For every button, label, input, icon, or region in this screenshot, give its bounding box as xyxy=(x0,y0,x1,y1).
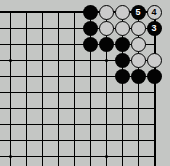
intersection[interactable] xyxy=(50,4,66,20)
intersection[interactable] xyxy=(50,116,66,132)
star-point xyxy=(105,59,108,62)
intersection[interactable]: 5 xyxy=(130,4,146,20)
intersection[interactable] xyxy=(146,148,162,164)
intersection[interactable] xyxy=(114,132,130,148)
intersection[interactable] xyxy=(130,68,146,84)
intersection[interactable] xyxy=(2,52,18,68)
board-grid: 543 xyxy=(2,4,162,164)
intersection[interactable] xyxy=(66,36,82,52)
move-number-label: 4 xyxy=(151,7,156,16)
black-stone xyxy=(115,37,130,52)
intersection[interactable] xyxy=(114,148,130,164)
intersection[interactable] xyxy=(98,100,114,116)
intersection[interactable] xyxy=(2,4,18,20)
star-point xyxy=(9,59,12,62)
black-stone xyxy=(99,37,114,52)
intersection[interactable] xyxy=(146,52,162,68)
white-stone xyxy=(115,5,130,20)
intersection[interactable] xyxy=(114,100,130,116)
intersection[interactable] xyxy=(34,84,50,100)
intersection[interactable] xyxy=(114,68,130,84)
black-stone xyxy=(83,21,98,36)
black-stone xyxy=(115,69,130,84)
intersection[interactable] xyxy=(66,68,82,84)
white-stone xyxy=(131,37,146,52)
intersection[interactable] xyxy=(130,116,146,132)
intersection[interactable] xyxy=(82,148,98,164)
intersection[interactable] xyxy=(114,116,130,132)
move-number-label: 3 xyxy=(151,23,156,32)
intersection[interactable] xyxy=(146,132,162,148)
intersection[interactable] xyxy=(66,20,82,36)
intersection[interactable] xyxy=(18,20,34,36)
white-stone xyxy=(99,21,114,36)
intersection[interactable] xyxy=(130,100,146,116)
intersection[interactable] xyxy=(130,132,146,148)
intersection[interactable] xyxy=(66,148,82,164)
intersection[interactable] xyxy=(130,20,146,36)
intersection[interactable] xyxy=(98,20,114,36)
intersection[interactable] xyxy=(82,132,98,148)
intersection[interactable] xyxy=(98,4,114,20)
black-stone xyxy=(131,69,146,84)
white-stone xyxy=(99,5,114,20)
intersection[interactable] xyxy=(18,68,34,84)
intersection[interactable] xyxy=(18,4,34,20)
white-stone xyxy=(147,53,162,68)
intersection[interactable] xyxy=(50,100,66,116)
intersection[interactable] xyxy=(2,84,18,100)
intersection[interactable] xyxy=(50,52,66,68)
black-stone: 5 xyxy=(131,5,146,20)
intersection[interactable] xyxy=(34,68,50,84)
intersection[interactable] xyxy=(98,148,114,164)
intersection[interactable] xyxy=(18,84,34,100)
intersection[interactable] xyxy=(34,52,50,68)
star-point xyxy=(9,155,12,158)
intersection[interactable] xyxy=(146,100,162,116)
intersection[interactable] xyxy=(50,20,66,36)
move-number-label: 5 xyxy=(135,7,140,16)
black-stone: 3 xyxy=(147,21,162,36)
intersection[interactable] xyxy=(146,36,162,52)
intersection[interactable] xyxy=(146,116,162,132)
intersection[interactable] xyxy=(2,148,18,164)
intersection[interactable] xyxy=(2,100,18,116)
intersection[interactable] xyxy=(50,84,66,100)
intersection[interactable] xyxy=(98,84,114,100)
intersection[interactable] xyxy=(18,100,34,116)
intersection[interactable] xyxy=(50,36,66,52)
intersection[interactable] xyxy=(114,52,130,68)
intersection[interactable] xyxy=(34,4,50,20)
intersection[interactable] xyxy=(18,52,34,68)
intersection[interactable] xyxy=(98,52,114,68)
intersection[interactable] xyxy=(130,36,146,52)
intersection[interactable] xyxy=(34,20,50,36)
black-stone xyxy=(83,5,98,20)
intersection[interactable] xyxy=(82,36,98,52)
intersection[interactable] xyxy=(66,4,82,20)
intersection[interactable]: 4 xyxy=(146,4,162,20)
intersection[interactable] xyxy=(114,36,130,52)
intersection[interactable] xyxy=(18,36,34,52)
star-point xyxy=(105,155,108,158)
go-board: 543 xyxy=(0,0,170,166)
intersection[interactable] xyxy=(34,100,50,116)
intersection[interactable] xyxy=(82,100,98,116)
intersection[interactable] xyxy=(18,148,34,164)
intersection[interactable] xyxy=(34,116,50,132)
intersection[interactable] xyxy=(34,132,50,148)
intersection[interactable] xyxy=(130,84,146,100)
intersection[interactable] xyxy=(114,20,130,36)
intersection[interactable] xyxy=(82,52,98,68)
intersection[interactable] xyxy=(82,68,98,84)
intersection[interactable] xyxy=(34,148,50,164)
intersection[interactable] xyxy=(2,68,18,84)
intersection[interactable] xyxy=(34,36,50,52)
intersection[interactable] xyxy=(50,132,66,148)
white-stone: 4 xyxy=(147,5,162,20)
intersection[interactable] xyxy=(2,116,18,132)
intersection[interactable] xyxy=(66,84,82,100)
intersection[interactable] xyxy=(130,148,146,164)
intersection[interactable] xyxy=(50,68,66,84)
intersection[interactable] xyxy=(50,148,66,164)
intersection[interactable] xyxy=(114,4,130,20)
intersection[interactable] xyxy=(114,84,130,100)
white-stone xyxy=(115,21,130,36)
intersection[interactable] xyxy=(98,116,114,132)
intersection[interactable] xyxy=(130,52,146,68)
intersection[interactable] xyxy=(18,132,34,148)
intersection[interactable] xyxy=(82,20,98,36)
black-stone xyxy=(147,69,162,84)
intersection[interactable] xyxy=(2,132,18,148)
intersection[interactable] xyxy=(2,20,18,36)
intersection[interactable] xyxy=(66,132,82,148)
black-stone xyxy=(83,37,98,52)
intersection[interactable] xyxy=(18,116,34,132)
intersection[interactable] xyxy=(146,68,162,84)
intersection[interactable] xyxy=(66,52,82,68)
intersection[interactable] xyxy=(82,84,98,100)
white-stone xyxy=(131,53,146,68)
black-stone xyxy=(115,53,130,68)
intersection[interactable] xyxy=(66,116,82,132)
intersection[interactable] xyxy=(82,116,98,132)
intersection[interactable] xyxy=(98,36,114,52)
intersection[interactable] xyxy=(82,4,98,20)
intersection[interactable] xyxy=(2,36,18,52)
intersection[interactable] xyxy=(146,84,162,100)
intersection[interactable] xyxy=(98,132,114,148)
white-stone xyxy=(131,21,146,36)
intersection[interactable]: 3 xyxy=(146,20,162,36)
intersection[interactable] xyxy=(66,100,82,116)
intersection[interactable] xyxy=(98,68,114,84)
